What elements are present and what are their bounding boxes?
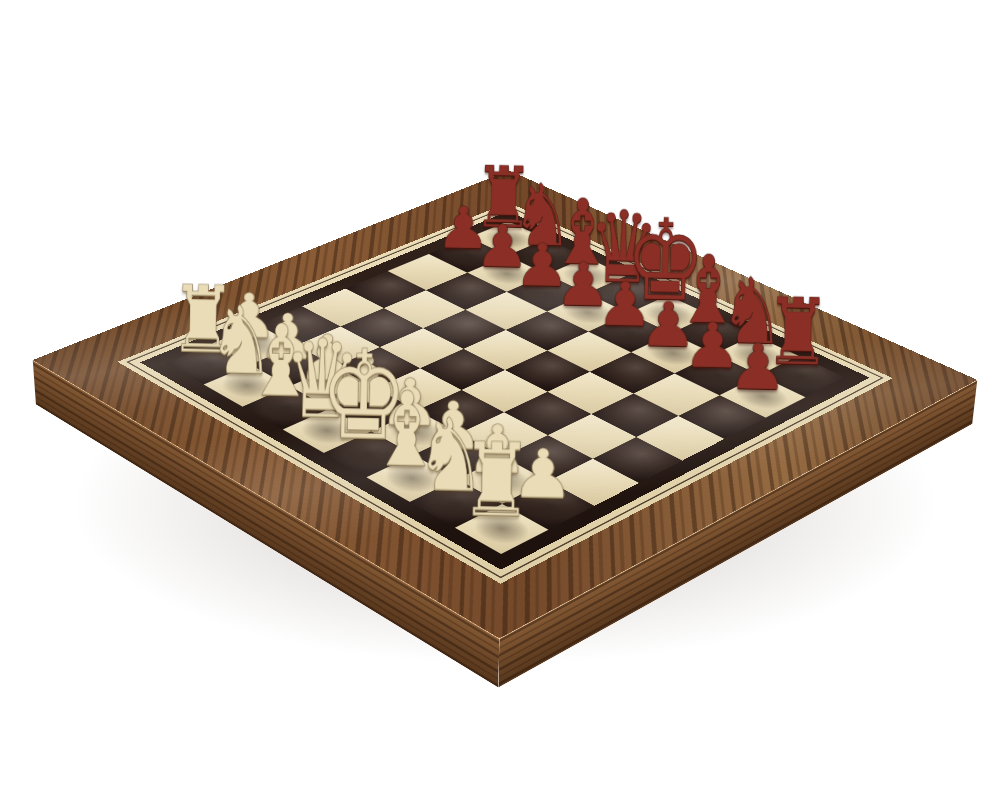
burgundy-pawn[interactable]: ♟ xyxy=(728,335,789,399)
photo-canvas: ♜♞♝♛♚♝♞♜♟♟♟♟♟♟♟♟♟♟♟♟♟♟♟♟♜♞♝♛♚♝♞♜ xyxy=(0,0,1000,800)
cream-rook[interactable]: ♜ xyxy=(459,430,534,533)
square-h6[interactable] xyxy=(678,395,765,439)
